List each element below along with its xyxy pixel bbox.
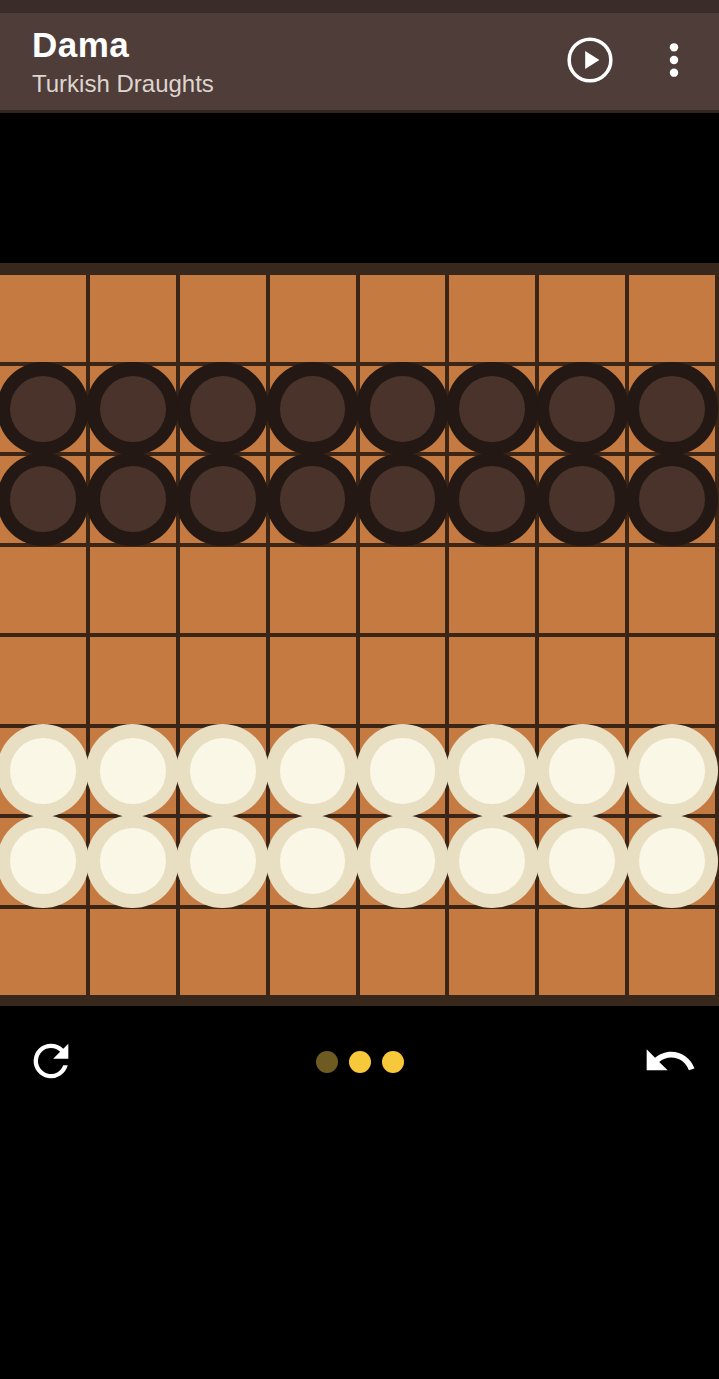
dark-piece[interactable]	[446, 453, 539, 546]
dark-piece[interactable]	[176, 362, 269, 455]
board-cell[interactable]	[360, 909, 446, 996]
page-dot	[382, 1051, 404, 1073]
board-cell[interactable]	[90, 637, 176, 724]
board-cell[interactable]	[270, 547, 356, 634]
dark-piece[interactable]	[176, 453, 269, 546]
board-cell[interactable]	[180, 818, 266, 905]
white-piece[interactable]	[356, 724, 449, 817]
board-cell[interactable]	[270, 909, 356, 996]
dark-piece[interactable]	[266, 362, 359, 455]
board-cell[interactable]	[629, 637, 715, 724]
dark-piece[interactable]	[626, 362, 719, 455]
header-icons	[565, 37, 699, 87]
board-cell[interactable]	[90, 818, 176, 905]
piece-core	[100, 828, 166, 894]
board-cell[interactable]	[449, 275, 535, 362]
board-cell[interactable]	[449, 547, 535, 634]
board-frame-top	[0, 263, 719, 275]
app-bar: Dama Turkish Draughts	[0, 13, 719, 110]
piece-core	[280, 376, 346, 442]
board-cell[interactable]	[360, 728, 446, 815]
white-piece[interactable]	[446, 815, 539, 908]
white-piece[interactable]	[86, 724, 179, 817]
white-piece[interactable]	[176, 724, 269, 817]
dark-piece[interactable]	[536, 362, 629, 455]
piece-core	[190, 376, 256, 442]
board-cell[interactable]	[180, 366, 266, 453]
piece-core	[100, 738, 166, 804]
white-piece[interactable]	[266, 815, 359, 908]
dark-piece[interactable]	[86, 453, 179, 546]
board-cell[interactable]	[180, 547, 266, 634]
menu-button[interactable]	[649, 37, 699, 87]
rotate-icon	[25, 1035, 77, 1090]
kebab-menu-icon	[651, 37, 697, 86]
board-cell[interactable]	[539, 275, 625, 362]
dark-piece[interactable]	[446, 362, 539, 455]
dark-piece[interactable]	[0, 453, 89, 546]
dark-piece[interactable]	[626, 453, 719, 546]
play-circle-icon	[565, 35, 615, 88]
page-dot	[349, 1051, 371, 1073]
piece-core	[10, 738, 76, 804]
status-bar	[0, 0, 719, 13]
board-cell[interactable]	[539, 909, 625, 996]
piece-core	[370, 828, 436, 894]
app-screen: Dama Turkish Draughts	[0, 0, 719, 1379]
board-cell[interactable]	[629, 818, 715, 905]
board-cell[interactable]	[449, 909, 535, 996]
dark-piece[interactable]	[356, 453, 449, 546]
piece-core	[190, 828, 256, 894]
white-piece[interactable]	[176, 815, 269, 908]
piece-core	[549, 376, 615, 442]
white-piece[interactable]	[0, 815, 89, 908]
board-cell[interactable]	[270, 366, 356, 453]
board-cell[interactable]	[90, 456, 176, 543]
white-piece[interactable]	[626, 724, 719, 817]
app-bar-shadow	[0, 110, 719, 113]
piece-core	[459, 738, 525, 804]
piece-core	[549, 738, 615, 804]
board-cell[interactable]	[270, 275, 356, 362]
board-cell[interactable]	[90, 275, 176, 362]
board-cell[interactable]	[180, 275, 266, 362]
board-cell[interactable]	[270, 637, 356, 724]
piece-core	[549, 466, 615, 532]
undo-button[interactable]	[641, 1035, 699, 1089]
white-piece[interactable]	[0, 724, 89, 817]
board-cell[interactable]	[0, 456, 86, 543]
dark-piece[interactable]	[266, 453, 359, 546]
board-cell[interactable]	[180, 728, 266, 815]
board-cell[interactable]	[539, 547, 625, 634]
page-subtitle: Turkish Draughts	[32, 70, 214, 98]
piece-core	[459, 376, 525, 442]
dark-piece[interactable]	[356, 362, 449, 455]
piece-core	[10, 828, 76, 894]
piece-core	[280, 466, 346, 532]
board-cell[interactable]	[0, 818, 86, 905]
play-button[interactable]	[565, 37, 615, 87]
board-cell[interactable]	[0, 547, 86, 634]
piece-core	[549, 828, 615, 894]
board-cell[interactable]	[629, 366, 715, 453]
board-cell[interactable]	[0, 366, 86, 453]
piece-core	[10, 376, 76, 442]
white-piece[interactable]	[536, 815, 629, 908]
piece-core	[10, 466, 76, 532]
board-cell[interactable]	[539, 637, 625, 724]
page-dot	[316, 1051, 338, 1073]
piece-core	[459, 828, 525, 894]
board-cell[interactable]	[0, 275, 86, 362]
white-piece[interactable]	[626, 815, 719, 908]
board-cell[interactable]	[0, 909, 86, 996]
board-frame-bottom	[0, 995, 719, 1006]
board-cell[interactable]	[360, 275, 446, 362]
dark-piece[interactable]	[0, 362, 89, 455]
board-cell[interactable]	[539, 366, 625, 453]
title-block: Dama Turkish Draughts	[32, 25, 214, 98]
board-cell[interactable]	[629, 547, 715, 634]
board-cell[interactable]	[180, 637, 266, 724]
white-piece[interactable]	[356, 815, 449, 908]
board-cell[interactable]	[0, 728, 86, 815]
white-piece[interactable]	[536, 724, 629, 817]
piece-core	[280, 828, 346, 894]
page-indicator-dots	[316, 1051, 404, 1073]
board-cell[interactable]	[539, 456, 625, 543]
undo-icon	[642, 1033, 698, 1092]
piece-core	[639, 828, 705, 894]
piece-core	[459, 466, 525, 532]
piece-core	[190, 466, 256, 532]
bottom-bar	[0, 1025, 719, 1099]
board-cell[interactable]	[90, 728, 176, 815]
board-cell[interactable]	[629, 909, 715, 996]
board-cell[interactable]	[629, 728, 715, 815]
board-cell[interactable]	[90, 547, 176, 634]
white-piece[interactable]	[266, 724, 359, 817]
board-cell[interactable]	[629, 456, 715, 543]
board-cell[interactable]	[360, 456, 446, 543]
board-cell[interactable]	[539, 818, 625, 905]
piece-core	[280, 738, 346, 804]
board-cell[interactable]	[449, 818, 535, 905]
board-cell[interactable]	[360, 818, 446, 905]
piece-core	[100, 376, 166, 442]
board-cell[interactable]	[180, 909, 266, 996]
piece-core	[370, 466, 436, 532]
dark-piece[interactable]	[86, 362, 179, 455]
page-title: Dama	[32, 25, 214, 65]
piece-core	[639, 376, 705, 442]
board-cell[interactable]	[360, 637, 446, 724]
white-piece[interactable]	[86, 815, 179, 908]
board-cell[interactable]	[539, 728, 625, 815]
piece-core	[639, 466, 705, 532]
piece-core	[370, 376, 436, 442]
piece-core	[190, 738, 256, 804]
board-cell[interactable]	[270, 728, 356, 815]
board-cell[interactable]	[629, 275, 715, 362]
board-cell[interactable]	[449, 366, 535, 453]
board-cell[interactable]	[270, 818, 356, 905]
board-cell[interactable]	[0, 637, 86, 724]
board-cell[interactable]	[449, 637, 535, 724]
board	[0, 275, 719, 995]
board-cell[interactable]	[360, 366, 446, 453]
rotate-board-button[interactable]	[24, 1035, 78, 1089]
dark-piece[interactable]	[536, 453, 629, 546]
white-piece[interactable]	[446, 724, 539, 817]
board-cell[interactable]	[360, 547, 446, 634]
board-cell[interactable]	[449, 728, 535, 815]
board-cell[interactable]	[90, 909, 176, 996]
board-cell[interactable]	[90, 366, 176, 453]
board-cell[interactable]	[449, 456, 535, 543]
piece-core	[100, 466, 166, 532]
piece-core	[370, 738, 436, 804]
piece-core	[639, 738, 705, 804]
board-cell[interactable]	[180, 456, 266, 543]
board-cell[interactable]	[270, 456, 356, 543]
